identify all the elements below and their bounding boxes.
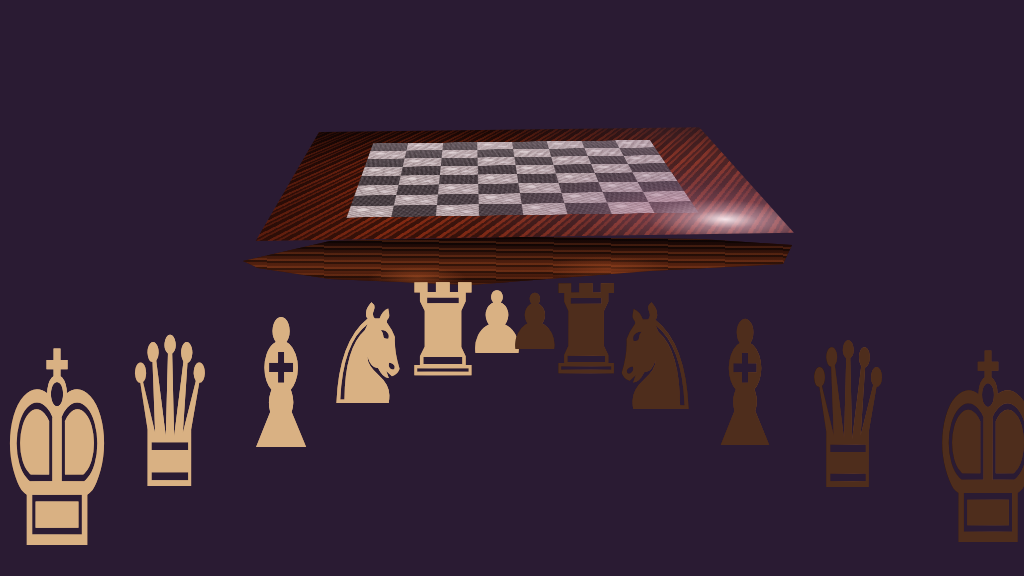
piece-white-queen[interactable]: ♛: [124, 311, 217, 518]
piece-black-queen[interactable]: ♛: [803, 317, 893, 518]
piece-black-king[interactable]: ♚: [929, 321, 1024, 576]
scene-background: ♚♛♝♞♜♟♟♜♞♝♛♚: [0, 0, 1024, 576]
piece-white-king[interactable]: ♚: [0, 317, 117, 576]
piece-white-bishop[interactable]: ♝: [233, 297, 329, 475]
piece-lineup: ♚♛♝♞♜♟♟♜♞♝♛♚: [0, 0, 1024, 576]
piece-black-knight[interactable]: ♞: [603, 285, 708, 431]
piece-black-bishop[interactable]: ♝: [698, 299, 791, 472]
